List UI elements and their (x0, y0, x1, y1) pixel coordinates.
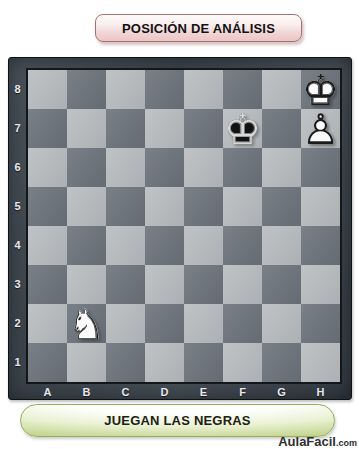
white-king: ♚♔ (301, 70, 340, 109)
square-c2 (106, 304, 145, 343)
file-label-e: E (184, 384, 223, 401)
square-d7 (145, 109, 184, 148)
file-labels: ABCDEFGH (28, 384, 340, 401)
square-h3 (301, 265, 340, 304)
square-c8 (106, 70, 145, 109)
file-label-h: H (301, 384, 340, 401)
file-label-g: G (262, 384, 301, 401)
rank-label-6: 6 (9, 148, 26, 187)
square-f7: ♚♔ (223, 109, 262, 148)
file-label-a: A (28, 384, 67, 401)
white-knight: ♞♘ (67, 304, 106, 343)
king-glyph-outline: ♔ (223, 109, 262, 148)
square-f5 (223, 187, 262, 226)
square-f1 (223, 343, 262, 382)
analysis-title-banner: POSICIÓN DE ANÁLISIS (95, 14, 302, 42)
square-f6 (223, 148, 262, 187)
square-d8 (145, 70, 184, 109)
square-g3 (262, 265, 301, 304)
square-d3 (145, 265, 184, 304)
square-f3 (223, 265, 262, 304)
square-b4 (67, 226, 106, 265)
rank-labels: 87654321 (9, 70, 26, 382)
square-g2 (262, 304, 301, 343)
square-f8 (223, 70, 262, 109)
pawn-glyph-outline: ♙ (301, 109, 340, 148)
black-king: ♚♔ (223, 109, 262, 148)
square-h1 (301, 343, 340, 382)
square-c3 (106, 265, 145, 304)
square-d2 (145, 304, 184, 343)
square-d4 (145, 226, 184, 265)
square-a8 (28, 70, 67, 109)
square-h6 (301, 148, 340, 187)
file-label-f: F (223, 384, 262, 401)
aulafacil-brand[interactable]: AulaFacil.com (278, 432, 357, 449)
square-b3 (67, 265, 106, 304)
square-c6 (106, 148, 145, 187)
square-a4 (28, 226, 67, 265)
white-pawn: ♟♙ (301, 109, 340, 148)
file-label-b: B (67, 384, 106, 401)
square-e5 (184, 187, 223, 226)
rank-label-3: 3 (9, 265, 26, 304)
square-e6 (184, 148, 223, 187)
brand-name: AulaFacil (278, 434, 336, 449)
square-c4 (106, 226, 145, 265)
rank-label-2: 2 (9, 304, 26, 343)
rank-label-7: 7 (9, 109, 26, 148)
rank-label-4: 4 (9, 226, 26, 265)
square-c7 (106, 109, 145, 148)
square-b5 (67, 187, 106, 226)
square-h8: ♚♔ (301, 70, 340, 109)
square-h7: ♟♙ (301, 109, 340, 148)
file-label-d: D (145, 384, 184, 401)
square-a2 (28, 304, 67, 343)
king-glyph-outline: ♔ (301, 70, 340, 109)
knight-glyph-outline: ♘ (67, 304, 106, 343)
square-a6 (28, 148, 67, 187)
analysis-title-text: POSICIÓN DE ANÁLISIS (122, 21, 275, 36)
square-e1 (184, 343, 223, 382)
square-a5 (28, 187, 67, 226)
square-e8 (184, 70, 223, 109)
square-g7 (262, 109, 301, 148)
square-c5 (106, 187, 145, 226)
square-b6 (67, 148, 106, 187)
square-h4 (301, 226, 340, 265)
brand-tld: .com (336, 438, 357, 448)
square-e7 (184, 109, 223, 148)
square-h5 (301, 187, 340, 226)
square-d5 (145, 187, 184, 226)
square-b2: ♞♘ (67, 304, 106, 343)
square-b8 (67, 70, 106, 109)
square-g5 (262, 187, 301, 226)
rank-label-8: 8 (9, 70, 26, 109)
square-a1 (28, 343, 67, 382)
square-a7 (28, 109, 67, 148)
square-e2 (184, 304, 223, 343)
square-e4 (184, 226, 223, 265)
page: POSICIÓN DE ANÁLISIS 87654321 ♚♔♚♔♟♙♞♘ A… (0, 0, 359, 449)
rank-label-1: 1 (9, 343, 26, 382)
square-h2 (301, 304, 340, 343)
rank-label-5: 5 (9, 187, 26, 226)
square-b7 (67, 109, 106, 148)
board-grid: ♚♔♚♔♟♙♞♘ (26, 68, 342, 384)
square-e3 (184, 265, 223, 304)
side-to-move-text: JUEGAN LAS NEGRAS (104, 413, 250, 428)
square-d6 (145, 148, 184, 187)
square-g1 (262, 343, 301, 382)
square-g4 (262, 226, 301, 265)
square-b1 (67, 343, 106, 382)
square-c1 (106, 343, 145, 382)
square-f2 (223, 304, 262, 343)
chess-board: 87654321 ♚♔♚♔♟♙♞♘ ABCDEFGH (8, 57, 352, 400)
square-a3 (28, 265, 67, 304)
square-f4 (223, 226, 262, 265)
square-d1 (145, 343, 184, 382)
square-g6 (262, 148, 301, 187)
square-g8 (262, 70, 301, 109)
file-label-c: C (106, 384, 145, 401)
